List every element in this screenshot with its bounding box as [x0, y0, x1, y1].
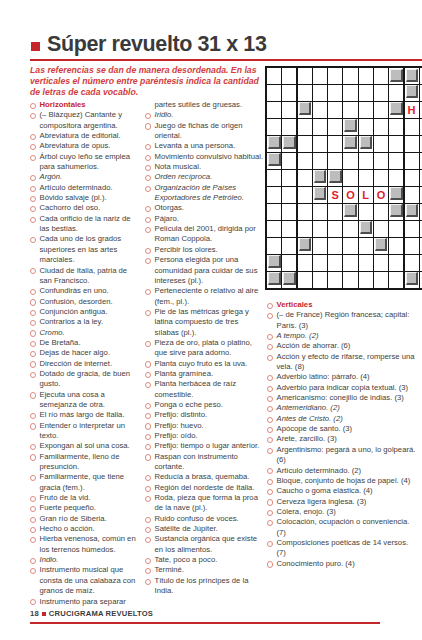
clue-item: Acción y efecto de rifarse, romperse una…: [267, 352, 417, 373]
clue-text: Antemeridiano. (2): [277, 403, 340, 412]
grid-empty-cell: [282, 85, 296, 101]
clue-item: Ponga o eche peso.: [145, 400, 264, 410]
clue-text: Sustancia orgánica que existe en los ali…: [155, 534, 258, 553]
grid-empty-cell: [328, 153, 342, 169]
clue-item: Cerveza ligera inglesa. (3): [267, 497, 417, 507]
clue-text: Movimiento convulsivo habitual.: [155, 152, 264, 161]
grid-empty-cell: [298, 68, 312, 84]
grid-empty-cell: [405, 119, 419, 135]
clue-item: Pieza de oro, plata o platino, que sirve…: [145, 338, 264, 359]
grid-block-cell: [389, 204, 403, 220]
clue-item: Organización de Países Exportadores de P…: [145, 183, 264, 204]
footer-separator-icon: [42, 612, 46, 616]
clue-item: De Bretaña.: [30, 338, 141, 348]
clue-item: Hierba venenosa, común en los terrenos h…: [30, 534, 141, 555]
clue-item: Levanta a una persona.: [145, 141, 264, 151]
block-square: [299, 238, 312, 251]
clue-bullet-icon: [145, 486, 151, 492]
clue-item: Prefijo: huevo.: [145, 421, 264, 431]
grid-empty-cell: [389, 238, 403, 254]
clue-bullet-icon: [30, 568, 36, 574]
grid-empty-cell: [282, 204, 296, 220]
grid-empty-cell: [298, 221, 312, 237]
clue-text: Iridio.: [155, 110, 174, 119]
clue-text: Pájaro.: [155, 214, 179, 223]
block-square: [314, 187, 327, 200]
clue-bullet-icon: [30, 361, 36, 367]
grid-block-cell: [298, 238, 312, 254]
clue-item: Artículo determinado.: [30, 183, 141, 193]
grid-empty-cell: [359, 272, 373, 288]
clue-bullet-icon: [145, 434, 151, 440]
clue-item: Abreviatura de editorial.: [30, 131, 141, 141]
horizontales-column-1: Horizontales(– Blázquez) Cantante y comp…: [30, 100, 141, 607]
clue-text: Artículo determinado. (2): [277, 466, 362, 475]
clue-text: Abreviatura de opus.: [40, 141, 111, 150]
clue-bullet-icon: [267, 479, 273, 485]
clue-text: Confundirás en uno.: [40, 286, 109, 295]
grid-empty-cell: [389, 85, 403, 101]
clue-bullet-icon: [267, 448, 273, 454]
grid-empty-cell: [313, 68, 327, 84]
clue-bullet-icon: [30, 103, 36, 109]
clue-text: Título de los príncipes de la India.: [155, 576, 249, 595]
clue-item: Colocación, ocupación o conveniencia. (7…: [267, 517, 417, 538]
clue-bullet-icon: [145, 123, 151, 129]
grid-empty-cell: [298, 153, 312, 169]
clue-item: Bloque, conjunto de hojas de papel. (4): [267, 476, 417, 486]
grid-block-cell: [343, 136, 357, 152]
grid-empty-cell: [282, 153, 296, 169]
clue-bullet-icon: [267, 468, 273, 474]
clue-item: Antes de Cristo. (2): [267, 414, 417, 424]
clue-text: El río más largo de Italia.: [40, 410, 125, 419]
block-square: [406, 204, 419, 217]
grid-block-cell: [282, 272, 296, 288]
grid-empty-cell: [282, 255, 296, 271]
clue-section-header-label: Horizontales: [40, 100, 86, 109]
clue-item: Nota musical.: [145, 162, 264, 172]
magazine-title: CRUCIGRAMA REVUELTOS: [49, 609, 153, 618]
clue-text: Argón.: [40, 172, 63, 181]
clue-text: Adverbio latino: párrafo. (4): [277, 372, 370, 381]
grid-block-cell: [328, 170, 342, 186]
page-number: 18: [30, 609, 39, 618]
clue-bullet-icon: [30, 113, 36, 119]
grid-empty-cell: [282, 187, 296, 203]
clue-text: Expongan al sol una cosa.: [40, 441, 130, 450]
clue-text: De Bretaña.: [40, 338, 81, 347]
title-bullet-icon: [31, 42, 40, 51]
clue-item: partes sutiles de gruesas.: [145, 100, 264, 110]
clue-item: Movimiento convulsivo habitual.: [145, 152, 264, 162]
clue-bullet-icon: [145, 454, 151, 460]
grid-empty-cell: [328, 238, 342, 254]
clue-bullet-icon: [267, 499, 273, 505]
clue-text: Apócope de santo. (3): [277, 424, 353, 433]
clue-text: Prefijo: distinto.: [155, 410, 208, 419]
grid-empty-cell: [298, 272, 312, 288]
block-square: [406, 69, 419, 82]
block-square: [360, 136, 373, 149]
clue-bullet-icon: [145, 475, 151, 481]
grid-empty-cell: [374, 170, 388, 186]
clue-bullet-icon: [30, 496, 36, 502]
clue-bullet-icon: [30, 268, 36, 274]
grid-empty-cell: [282, 221, 296, 237]
clue-bullet-icon: [145, 341, 151, 347]
grid-empty-cell: [313, 153, 327, 169]
clue-text: Cada uno de los grados superiores en las…: [40, 234, 122, 264]
clue-text: Arete, zarcillo. (3): [277, 434, 337, 443]
clue-item: Árbol cuyo leño se emplea para sahumerio…: [30, 152, 141, 173]
clue-bullet-icon: [145, 206, 151, 212]
grid-empty-cell: [405, 153, 419, 169]
grid-empty-cell: [374, 102, 388, 118]
clue-bullet-icon: [145, 113, 151, 119]
clue-text: Percibir los olores.: [155, 245, 218, 254]
grid-empty-cell: [374, 68, 388, 84]
clue-bullet-icon: [145, 382, 151, 388]
clue-text: Artículo determinado.: [40, 183, 113, 192]
grid-empty-cell: [328, 102, 342, 118]
block-square: [268, 255, 281, 268]
clue-bullet-icon: [30, 454, 36, 460]
clue-item: Argón.: [30, 172, 141, 182]
clue-bullet-icon: [30, 186, 36, 192]
clue-item: Apócope de santo. (3): [267, 424, 417, 434]
clue-item: Región del nordeste de Italia.: [145, 483, 264, 493]
magazine-page: Súper revuelto 31 x 13 Las referencias s…: [0, 0, 422, 640]
grid-empty-cell: [389, 153, 403, 169]
grid-empty-cell: [405, 170, 419, 186]
block-square: [390, 187, 403, 200]
clue-item: Dotado de gracia, de buen gusto.: [30, 369, 141, 390]
grid-empty-cell: [405, 136, 419, 152]
grid-empty-cell: [267, 68, 281, 84]
clue-bullet-icon: [267, 386, 273, 392]
grid-empty-cell: [267, 102, 281, 118]
page-title: Súper revuelto 31 x 13: [47, 31, 266, 57]
footer-rule: [30, 622, 380, 624]
grid-block-cell: [389, 187, 403, 203]
clue-bullet-icon: [30, 196, 36, 202]
clue-item: Cada uno de los grados superiores en las…: [30, 234, 141, 265]
clue-text: Composiciones poéticas de 14 versos. (7): [277, 538, 409, 557]
grid-block-cell: [374, 238, 388, 254]
grid-empty-cell: [267, 238, 281, 254]
grid-empty-cell: [313, 119, 327, 135]
clue-text: Acción de ahorrar. (6): [277, 341, 351, 350]
clue-item: Adverbio latino: párrafo. (4): [267, 372, 417, 382]
clue-item: Título de los príncipes de la India.: [145, 576, 264, 597]
clue-item: Entender o interpretar un texto.: [30, 421, 141, 442]
clue-bullet-icon: [267, 489, 273, 495]
clue-text: Cromo.: [40, 328, 65, 337]
clue-text: Reducía a brasa, quemaba.: [155, 472, 250, 481]
grid-empty-cell: [298, 255, 312, 271]
grid-empty-cell: [389, 255, 403, 271]
grid-empty-cell: [374, 255, 388, 271]
clue-text: Bóvido salvaje (pl.).: [40, 193, 107, 202]
clue-bullet-icon: [30, 392, 36, 398]
clue-bullet-icon: [145, 175, 151, 181]
clue-text: Terminé.: [155, 565, 184, 574]
clue-bullet-icon: [145, 537, 151, 543]
block-square: [314, 170, 327, 183]
clue-text: Persona elegida por una comunidad para c…: [155, 255, 258, 285]
clue-bullet-icon: [30, 289, 36, 295]
clue-text: Abreviatura de editorial.: [40, 131, 121, 140]
clue-bullet-icon: [145, 248, 151, 254]
grid-empty-cell: [328, 119, 342, 135]
clue-text: Otorgas.: [155, 203, 184, 212]
grid-empty-cell: [374, 136, 388, 152]
clue-text: Familiarmente, lleno de presunción.: [40, 452, 120, 471]
clue-text: Antes de Cristo. (2): [277, 414, 343, 423]
block-square: [406, 85, 419, 98]
grid-empty-cell: [359, 68, 373, 84]
clue-item: Familiarmente, lleno de presunción.: [30, 452, 141, 473]
clue-item: Caucho o goma elástica. (4): [267, 486, 417, 496]
grid-block-cell: [313, 170, 327, 186]
clue-text: Fuerte pequeño.: [40, 503, 96, 512]
grid-letter-cell: L: [359, 187, 373, 203]
clue-item: Iridio.: [145, 110, 264, 120]
clue-bullet-icon: [145, 361, 151, 367]
clue-bullet-icon: [145, 155, 151, 161]
grid-empty-cell: [328, 136, 342, 152]
clue-item: Instrumento musical que consta de una ca…: [30, 565, 141, 596]
grid-block-cell: [405, 204, 419, 220]
grid-empty-cell: [343, 102, 357, 118]
clue-text: Confusión, desorden.: [40, 297, 113, 306]
clue-item: Otorgas.: [145, 203, 264, 213]
clue-text: Raspan con instrumento cortante.: [155, 452, 238, 471]
clue-bullet-icon: [30, 206, 36, 212]
clue-item: Instrumento para separar: [30, 597, 141, 607]
grid-empty-cell: [374, 85, 388, 101]
clue-text: Roda, pieza que forma la proa de la nave…: [155, 493, 258, 512]
clue-text: Hierba venenosa, común en los terrenos h…: [40, 534, 136, 553]
clue-section-header-label: Verticales: [277, 300, 313, 309]
clue-bullet-icon: [267, 355, 273, 361]
block-square: [390, 204, 403, 217]
grid-empty-cell: [313, 272, 327, 288]
clue-bullet-icon: [30, 341, 36, 347]
grid-empty-cell: [313, 102, 327, 118]
page-title-row: Súper revuelto 31 x 13: [31, 31, 266, 57]
clue-bullet-icon: [267, 396, 273, 402]
block-square: [360, 221, 373, 234]
clue-item: Planta cuyo fruto es la uva.: [145, 359, 264, 369]
clue-item: Conjunción antigua.: [30, 307, 141, 317]
clue-item: Ruido confuso de voces.: [145, 514, 264, 524]
clue-text: Planta cuyo fruto es la uva.: [155, 359, 248, 368]
block-square: [344, 136, 357, 149]
clue-item: Conocimiento puro. (4): [267, 559, 417, 569]
clue-bullet-icon: [30, 320, 36, 326]
clue-item: Ciudad de Italia, patria de san Francisc…: [30, 266, 141, 287]
clue-item: Arete, zarcillo. (3): [267, 434, 417, 444]
clue-bullet-icon: [30, 599, 36, 605]
grid-empty-cell: [389, 272, 403, 288]
grid-empty-cell: [298, 119, 312, 135]
clue-item: Raspan con instrumento cortante.: [145, 452, 264, 473]
clue-bullet-icon: [267, 406, 273, 412]
grid-empty-cell: [328, 85, 342, 101]
grid-empty-cell: [359, 119, 373, 135]
clue-bullet-icon: [267, 561, 273, 567]
grid-empty-cell: [374, 221, 388, 237]
clue-item: Orden recíproca.: [145, 172, 264, 182]
grid-empty-cell: [267, 221, 281, 237]
clue-item: Americanismo: conejillo de indias. (3): [267, 393, 417, 403]
grid-empty-cell: [298, 136, 312, 152]
horizontales-column-2: partes sutiles de gruesas.Iridio.Juego d…: [145, 100, 264, 597]
grid-empty-cell: [374, 204, 388, 220]
clue-text: Conocimiento puro. (4): [277, 559, 355, 568]
block-square: [406, 272, 419, 285]
clue-text: Orden recíproca.: [155, 172, 213, 181]
clue-bullet-icon: [145, 568, 151, 574]
block-square: [268, 272, 281, 285]
clue-item: Planta herbácea de raíz comestible.: [145, 379, 264, 400]
grid-empty-cell: [405, 255, 419, 271]
grid-block-cell: [267, 272, 281, 288]
grid-block-cell: [313, 187, 327, 203]
clue-text: Dejas de hacer algo.: [40, 348, 111, 357]
clue-text: Película del 2001, dirigida por Roman Co…: [155, 224, 256, 243]
grid-empty-cell: [343, 272, 357, 288]
clue-text: Instrumento musical que consta de una ca…: [40, 565, 136, 595]
clue-bullet-icon: [267, 417, 273, 423]
clue-item: (– Blázquez) Cantante y compositora arge…: [30, 110, 141, 131]
block-square: [375, 238, 388, 251]
clue-text: Caucho o goma elástica. (4): [277, 486, 373, 495]
clue-text: Contrarios a la ley.: [40, 317, 104, 326]
block-square: [268, 153, 281, 166]
clue-bullet-icon: [30, 310, 36, 316]
clue-item: Planta gramínea.: [145, 369, 264, 379]
block-square: [299, 102, 312, 115]
grid-empty-cell: [267, 170, 281, 186]
clue-item: Bóvido salvaje (pl.).: [30, 193, 141, 203]
grid-block-cell: [405, 272, 419, 288]
grid-block-cell: [405, 85, 419, 101]
clue-bullet-icon: [30, 423, 36, 429]
verticales-column: Verticales(– de France) Región francesa;…: [267, 300, 417, 569]
grid-empty-cell: [298, 204, 312, 220]
grid-block-cell: [282, 136, 296, 152]
grid-block-cell: [389, 102, 403, 118]
clue-text: Organización de Países Exportadores de P…: [155, 183, 244, 202]
clue-item: Ejecuta una cosa a semejanza de otra.: [30, 390, 141, 411]
clue-section-header: Horizontales: [30, 100, 141, 110]
grid-empty-cell: [343, 153, 357, 169]
grid-block-cell: [267, 255, 281, 271]
block-square: [344, 119, 357, 132]
grid-letter-cell: S: [328, 187, 342, 203]
clue-text: partes sutiles de gruesas.: [155, 100, 243, 109]
clue-item: Pie de las métricas griega y latina comp…: [145, 307, 264, 338]
clue-item: Roda, pieza que forma la proa de la nave…: [145, 493, 264, 514]
clue-bullet-icon: [30, 527, 36, 533]
grid-empty-cell: [359, 204, 373, 220]
clue-item: Confusión, desorden.: [30, 297, 141, 307]
grid-empty-cell: [267, 85, 281, 101]
grid-block-cell: [405, 68, 419, 84]
clue-item: Cromo.: [30, 328, 141, 338]
clue-item: Familiarmente, que tiene gracia (fem.).: [30, 472, 141, 493]
clue-item: Pájaro.: [145, 214, 264, 224]
clue-bullet-icon: [30, 372, 36, 378]
clue-text: Planta herbácea de raíz comestible.: [155, 379, 237, 398]
grid-block-cell: [359, 221, 373, 237]
clue-text: A tempo. (2): [277, 331, 319, 340]
block-square: [283, 136, 296, 149]
grid-empty-cell: [282, 102, 296, 118]
grid-empty-cell: [298, 170, 312, 186]
clue-bullet-icon: [145, 527, 151, 533]
clue-bullet-icon: [30, 155, 36, 161]
clue-bullet-icon: [145, 289, 151, 295]
clue-text: Árbol cuyo leño se emplea para sahumerio…: [40, 152, 131, 171]
clue-item: Antemeridiano. (2): [267, 403, 417, 413]
clue-text: Hecho o acción.: [40, 524, 95, 533]
clue-text: Prefijo: huevo.: [155, 421, 204, 430]
clue-item: Cada orificio de la nariz de las bestias…: [30, 214, 141, 235]
clue-bullet-icon: [30, 558, 36, 564]
clue-bullet-icon: [30, 413, 36, 419]
grid-empty-cell: [374, 153, 388, 169]
clue-bullet-icon: [267, 344, 273, 350]
clue-bullet-icon: [30, 444, 36, 450]
clue-text: Prefijo: oído.: [155, 431, 198, 440]
clue-bullet-icon: [267, 303, 273, 309]
clue-text: Colocación, ocupación o conveniencia. (7…: [277, 517, 410, 536]
clue-item: Percibir los olores.: [145, 245, 264, 255]
clue-bullet-icon: [145, 227, 151, 233]
clue-bullet-icon: [145, 579, 151, 585]
clue-bullet-icon: [267, 375, 273, 381]
clue-bullet-icon: [145, 165, 151, 171]
grid-block-cell: [343, 119, 357, 135]
clue-text: Fruto de la vid.: [40, 493, 91, 502]
clue-text: Cada orificio de la nariz de las bestias…: [40, 214, 131, 233]
clue-bullet-icon: [30, 175, 36, 181]
clue-text: Planta gramínea.: [155, 369, 214, 378]
clue-text: (– de France) Región francesa; capital: …: [277, 310, 410, 329]
clue-bullet-icon: [145, 372, 151, 378]
clue-text: Indio.: [40, 555, 59, 564]
clue-item: Prefijo: tiempo o lugar anterior.: [145, 441, 264, 451]
grid-empty-cell: [313, 204, 327, 220]
clue-text: Adverbio para indicar copia textual. (3): [277, 383, 409, 392]
grid-empty-cell: [405, 238, 419, 254]
grid-empty-cell: [359, 255, 373, 271]
clue-bullet-icon: [267, 427, 273, 433]
clue-bullet-icon: [267, 437, 273, 443]
clue-item: Artículo determinado. (2): [267, 466, 417, 476]
clue-text: Ponga o eche peso.: [155, 400, 223, 409]
grid-block-cell: [389, 68, 403, 84]
clue-bullet-icon: [145, 310, 151, 316]
clue-item: Sustancia orgánica que existe en los ali…: [145, 534, 264, 555]
clue-text: Satélite de Júpiter.: [155, 524, 218, 533]
clue-bullet-icon: [145, 258, 151, 264]
grid-empty-cell: [298, 85, 312, 101]
